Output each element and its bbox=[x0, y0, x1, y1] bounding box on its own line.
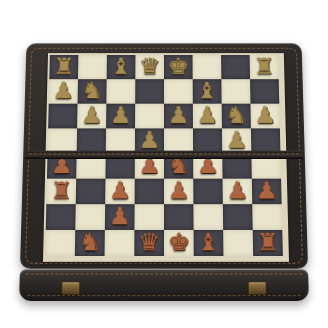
square-e6[interactable]: ♟ bbox=[164, 104, 193, 129]
square-f1[interactable]: ♝ bbox=[194, 230, 224, 256]
copper-bishop: ♝ bbox=[194, 229, 224, 253]
square-d7[interactable] bbox=[135, 79, 164, 103]
square-f2[interactable] bbox=[193, 204, 223, 230]
square-e1[interactable]: ♚ bbox=[164, 230, 194, 256]
square-g1[interactable] bbox=[223, 230, 253, 256]
square-d8[interactable]: ♛ bbox=[135, 55, 164, 79]
square-g7[interactable] bbox=[221, 79, 250, 103]
square-f3[interactable] bbox=[193, 179, 223, 205]
product-photo: ♜♝♛♚♜♟♞♝♟♟♟♟♞♟♟♟♟♟♞♟♜♟♟♟♟♟♞♛♚♝♜ bbox=[0, 0, 328, 328]
square-d6[interactable] bbox=[135, 104, 164, 129]
bronze-pawn: ♟ bbox=[193, 103, 222, 126]
square-b6[interactable]: ♟ bbox=[77, 104, 106, 129]
square-b3[interactable] bbox=[76, 179, 106, 205]
bronze-rook: ♜ bbox=[49, 54, 78, 76]
bronze-pawn: ♟ bbox=[135, 127, 164, 150]
square-c7[interactable] bbox=[106, 79, 135, 103]
square-g6[interactable]: ♞ bbox=[222, 104, 251, 129]
square-h7[interactable] bbox=[250, 79, 279, 103]
square-h8[interactable]: ♜ bbox=[250, 55, 279, 79]
square-g8[interactable] bbox=[221, 55, 250, 79]
copper-rook: ♜ bbox=[253, 229, 283, 253]
fold-seam bbox=[25, 151, 303, 159]
clasp-right bbox=[248, 281, 267, 295]
square-f7[interactable]: ♝ bbox=[193, 79, 222, 103]
square-f6[interactable]: ♟ bbox=[193, 104, 222, 129]
square-h3[interactable]: ♟ bbox=[252, 179, 282, 205]
square-a8[interactable]: ♜ bbox=[49, 55, 78, 79]
copper-queen: ♛ bbox=[134, 229, 164, 253]
square-a7[interactable]: ♟ bbox=[49, 79, 78, 103]
bronze-pawn: ♟ bbox=[106, 103, 135, 126]
copper-knight: ♞ bbox=[75, 229, 105, 253]
square-c1[interactable] bbox=[105, 230, 135, 256]
square-a1[interactable] bbox=[45, 230, 75, 256]
bronze-knight: ♞ bbox=[78, 78, 107, 101]
case-front-side bbox=[19, 270, 309, 301]
square-e7[interactable] bbox=[164, 79, 193, 103]
case-top: ♜♝♛♚♜♟♞♝♟♟♟♟♞♟♟♟♟♟♞♟♜♟♟♟♟♟♞♛♚♝♜ bbox=[20, 43, 308, 268]
bronze-pawn: ♟ bbox=[77, 103, 106, 126]
bronze-pawn: ♟ bbox=[49, 78, 78, 101]
square-e8[interactable]: ♚ bbox=[164, 55, 193, 79]
copper-pawn: ♟ bbox=[164, 178, 193, 202]
square-e2[interactable] bbox=[164, 204, 194, 230]
square-d3[interactable] bbox=[135, 179, 164, 205]
square-a3[interactable]: ♜ bbox=[46, 179, 76, 205]
copper-pawn: ♟ bbox=[252, 178, 282, 202]
square-g3[interactable]: ♟ bbox=[223, 179, 253, 205]
square-h6[interactable]: ♟ bbox=[250, 104, 279, 129]
bronze-king: ♚ bbox=[164, 54, 193, 76]
square-b8[interactable] bbox=[78, 55, 107, 79]
copper-pawn: ♟ bbox=[105, 178, 135, 202]
square-c2[interactable]: ♟ bbox=[105, 204, 135, 230]
bronze-knight: ♞ bbox=[222, 103, 251, 126]
bronze-pawn: ♟ bbox=[222, 127, 251, 150]
copper-pawn: ♟ bbox=[105, 203, 135, 227]
clasp-left bbox=[61, 281, 80, 295]
bronze-bishop: ♝ bbox=[193, 78, 222, 101]
chess-case: ♜♝♛♚♜♟♞♝♟♟♟♟♞♟♟♟♟♟♞♟♜♟♟♟♟♟♞♛♚♝♜ bbox=[19, 43, 309, 302]
square-g2[interactable] bbox=[223, 204, 253, 230]
square-c8[interactable]: ♝ bbox=[107, 55, 136, 79]
square-a2[interactable] bbox=[46, 204, 76, 230]
square-c6[interactable]: ♟ bbox=[106, 104, 135, 129]
bronze-pawn: ♟ bbox=[164, 103, 193, 126]
bronze-pawn: ♟ bbox=[250, 103, 279, 126]
copper-king: ♚ bbox=[164, 229, 194, 253]
bronze-rook: ♜ bbox=[250, 54, 279, 76]
square-b1[interactable]: ♞ bbox=[75, 230, 105, 256]
bronze-queen: ♛ bbox=[135, 54, 164, 76]
bronze-bishop: ♝ bbox=[107, 54, 136, 76]
square-f8[interactable] bbox=[193, 55, 222, 79]
square-e3[interactable]: ♟ bbox=[164, 179, 193, 205]
square-d1[interactable]: ♛ bbox=[134, 230, 164, 256]
square-d2[interactable] bbox=[134, 204, 164, 230]
square-h2[interactable] bbox=[252, 204, 282, 230]
square-a6[interactable] bbox=[48, 104, 77, 129]
copper-rook: ♜ bbox=[46, 178, 76, 202]
square-h1[interactable]: ♜ bbox=[253, 230, 283, 256]
square-b7[interactable]: ♞ bbox=[78, 79, 107, 103]
square-b2[interactable] bbox=[75, 204, 105, 230]
copper-pawn: ♟ bbox=[223, 178, 253, 202]
square-c3[interactable]: ♟ bbox=[105, 179, 135, 205]
